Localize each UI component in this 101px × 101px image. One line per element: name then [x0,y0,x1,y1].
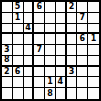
cell-r6c3-empty[interactable] [24,56,35,67]
cell-r9c3-empty[interactable] [24,88,35,99]
cell-r9c9-empty[interactable] [88,88,99,99]
cell-r3c9-empty[interactable] [88,24,99,35]
cell-r8c3-empty[interactable] [24,77,35,88]
cell-r1c7-given-2[interactable]: 2 [67,2,78,13]
cell-r2c8-given-7[interactable]: 7 [77,13,88,24]
cell-r7c1-given-2[interactable]: 2 [2,67,13,78]
cell-r2c6-empty[interactable] [56,13,67,24]
cell-r9c5-given-8[interactable]: 8 [45,88,56,99]
cell-r9c2-empty[interactable] [13,88,24,99]
cell-r1c3-empty[interactable] [24,2,35,13]
cell-r8c6-given-4[interactable]: 4 [56,77,67,88]
cell-r5c8-empty[interactable] [77,45,88,56]
cell-r9c1-empty[interactable] [2,88,13,99]
cell-r3c8-empty[interactable] [77,24,88,35]
cell-r2c7-empty[interactable] [67,13,78,24]
cell-r2c5-empty[interactable] [45,13,56,24]
cell-r9c4-empty[interactable] [34,88,45,99]
cell-r4c4-empty[interactable] [34,34,45,45]
cell-r1c6-empty[interactable] [56,2,67,13]
cell-r7c7-given-3[interactable]: 3 [67,67,78,78]
cell-r5c9-empty[interactable] [88,45,99,56]
cell-r1c2-given-5[interactable]: 5 [13,2,24,13]
cell-r3c6-empty[interactable] [56,24,67,35]
cell-r2c3-empty[interactable] [24,13,35,24]
cell-r5c6-empty[interactable] [56,45,67,56]
cell-r5c5-empty[interactable] [45,45,56,56]
cell-r6c7-empty[interactable] [67,56,78,67]
cell-r4c7-empty[interactable] [67,34,78,45]
cell-r1c8-empty[interactable] [77,2,88,13]
cell-r5c2-empty[interactable] [13,45,24,56]
cell-r6c5-empty[interactable] [45,56,56,67]
cell-r5c7-empty[interactable] [67,45,78,56]
cell-r9c6-empty[interactable] [56,88,67,99]
cell-r8c5-given-1[interactable]: 1 [45,77,56,88]
cell-r1c9-empty[interactable] [88,2,99,13]
cell-r3c3-given-4[interactable]: 4 [24,24,35,35]
cell-r1c4-given-6[interactable]: 6 [34,2,45,13]
cell-r6c6-empty[interactable] [56,56,67,67]
cell-r6c8-empty[interactable] [77,56,88,67]
cell-r4c8-given-6[interactable]: 6 [77,34,88,45]
cell-r4c2-empty[interactable] [13,34,24,45]
cell-r1c5-empty[interactable] [45,2,56,13]
cell-r9c7-empty[interactable] [67,88,78,99]
cell-r5c4-given-7[interactable]: 7 [34,45,45,56]
cell-r6c9-empty[interactable] [88,56,99,67]
cell-r3c1-empty[interactable] [2,24,13,35]
cell-r6c1-given-8[interactable]: 8 [2,56,13,67]
cell-r8c8-empty[interactable] [77,77,88,88]
cell-r2c1-empty[interactable] [2,13,13,24]
cell-r6c2-empty[interactable] [13,56,24,67]
cell-r6c4-empty[interactable] [34,56,45,67]
cell-r7c8-empty[interactable] [77,67,88,78]
cell-r3c7-empty[interactable] [67,24,78,35]
cell-r7c6-empty[interactable] [56,67,67,78]
cell-r7c9-empty[interactable] [88,67,99,78]
cell-r2c9-empty[interactable] [88,13,99,24]
cell-r8c1-empty[interactable] [2,77,13,88]
cell-r2c2-given-1[interactable]: 1 [13,13,24,24]
cell-r4c1-empty[interactable] [2,34,13,45]
cell-r2c4-empty[interactable] [34,13,45,24]
cell-r3c2-empty[interactable] [13,24,24,35]
cell-r7c3-empty[interactable] [24,67,35,78]
cell-r3c4-empty[interactable] [34,24,45,35]
cell-r3c5-empty[interactable] [45,24,56,35]
cell-r7c4-empty[interactable] [34,67,45,78]
cell-r4c3-empty[interactable] [24,34,35,45]
cell-r7c2-given-6[interactable]: 6 [13,67,24,78]
cell-r4c6-empty[interactable] [56,34,67,45]
cell-r8c9-empty[interactable] [88,77,99,88]
sudoku-board: 56217461378263148 [0,0,101,101]
cell-r1c1-empty[interactable] [2,2,13,13]
cell-r4c9-given-1[interactable]: 1 [88,34,99,45]
cell-r8c2-empty[interactable] [13,77,24,88]
cell-r5c3-empty[interactable] [24,45,35,56]
cell-r5c1-given-3[interactable]: 3 [2,45,13,56]
cell-r8c4-empty[interactable] [34,77,45,88]
cell-r8c7-empty[interactable] [67,77,78,88]
cell-r7c5-empty[interactable] [45,67,56,78]
cell-r9c8-empty[interactable] [77,88,88,99]
cell-r4c5-empty[interactable] [45,34,56,45]
